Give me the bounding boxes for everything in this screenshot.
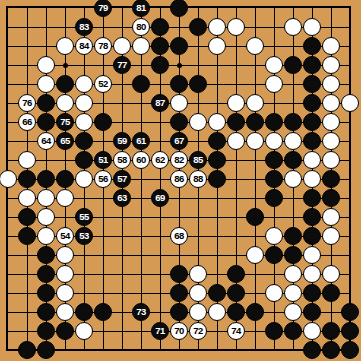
stone-black (37, 341, 55, 359)
stone-white (284, 18, 302, 36)
stone-black-67: 67 (170, 132, 188, 150)
stone-black-69: 69 (151, 189, 169, 207)
stone-white (227, 18, 245, 36)
stone-white (56, 94, 74, 112)
stone-white (132, 37, 150, 55)
stone-black (170, 265, 188, 283)
stone-black (56, 170, 74, 188)
stone-white (246, 37, 264, 55)
stone-white-64: 64 (37, 132, 55, 150)
hoshi-point (177, 63, 182, 68)
stone-black (208, 170, 226, 188)
stone-white (303, 151, 321, 169)
stone-white (284, 170, 302, 188)
stone-white (56, 284, 74, 302)
stone-black-61: 61 (132, 132, 150, 150)
hoshi-point (63, 63, 68, 68)
stone-white-70: 70 (170, 322, 188, 340)
stone-white (284, 303, 302, 321)
stone-black-53: 53 (75, 227, 93, 245)
stone-black-65: 65 (56, 132, 74, 150)
stone-black (208, 151, 226, 169)
stone-black (170, 284, 188, 302)
stone-black (18, 208, 36, 226)
stone-black (94, 113, 112, 131)
stone-white (322, 208, 340, 226)
stone-white-52: 52 (94, 75, 112, 93)
stone-white (322, 132, 340, 150)
stone-white (37, 75, 55, 93)
stone-white-68: 68 (170, 227, 188, 245)
go-board[interactable]: 7981838084787752768766756465596167515860… (0, 0, 361, 361)
stone-white (75, 322, 93, 340)
stone-black-57: 57 (113, 170, 131, 188)
stone-black (284, 113, 302, 131)
stone-black-63: 63 (113, 189, 131, 207)
stone-black-51: 51 (94, 151, 112, 169)
stone-black-75: 75 (56, 113, 74, 131)
stone-black (265, 322, 283, 340)
stone-black (151, 37, 169, 55)
stone-white (303, 246, 321, 264)
stone-black (37, 246, 55, 264)
stone-white (284, 265, 302, 283)
stone-white-58: 58 (113, 151, 131, 169)
stone-black (37, 170, 55, 188)
stone-white (75, 113, 93, 131)
stone-black-71: 71 (151, 322, 169, 340)
stone-white-60: 60 (132, 151, 150, 169)
stone-black (170, 75, 188, 93)
stone-white (246, 132, 264, 150)
stone-black (265, 170, 283, 188)
stone-white (208, 37, 226, 55)
stone-white (37, 56, 55, 74)
stone-white (227, 94, 245, 112)
stone-white (246, 246, 264, 264)
stone-black (303, 341, 321, 359)
stone-black (303, 37, 321, 55)
stone-black (227, 265, 245, 283)
stone-white (303, 265, 321, 283)
stone-white (37, 227, 55, 245)
stone-black (265, 113, 283, 131)
stone-black (303, 284, 321, 302)
stone-black (151, 56, 169, 74)
stone-white (322, 94, 340, 112)
stone-black (37, 284, 55, 302)
stone-black-87: 87 (151, 94, 169, 112)
stone-black (322, 170, 340, 188)
stone-white-56: 56 (94, 170, 112, 188)
stone-black (18, 170, 36, 188)
stone-white (56, 189, 74, 207)
stone-black (170, 113, 188, 131)
stone-white (189, 284, 207, 302)
stone-black (94, 303, 112, 321)
stone-black (322, 284, 340, 302)
grid-hline (8, 217, 351, 218)
stone-black (303, 227, 321, 245)
stone-black (303, 303, 321, 321)
stone-black (151, 18, 169, 36)
stone-white-88: 88 (189, 170, 207, 188)
stone-white (37, 189, 55, 207)
stone-black (284, 56, 302, 74)
stone-white (341, 94, 359, 112)
stone-black-73: 73 (132, 303, 150, 321)
stone-white-74: 74 (227, 322, 245, 340)
stone-white (284, 284, 302, 302)
stone-white (265, 132, 283, 150)
stone-white-82: 82 (170, 151, 188, 169)
stone-black (265, 151, 283, 169)
stone-white-76: 76 (18, 94, 36, 112)
stone-black (37, 113, 55, 131)
stone-black (227, 284, 245, 302)
stone-black (18, 227, 36, 245)
stone-black-55: 55 (75, 208, 93, 226)
stone-black (227, 303, 245, 321)
stone-white (189, 265, 207, 283)
stone-black (322, 322, 340, 340)
stone-black (303, 94, 321, 112)
grid-vline (255, 8, 256, 351)
stone-black-77: 77 (113, 56, 131, 74)
stone-white (18, 189, 36, 207)
stone-black (246, 208, 264, 226)
stone-black (75, 303, 93, 321)
stone-black (341, 341, 359, 359)
stone-white (170, 94, 188, 112)
stone-white (56, 265, 74, 283)
stone-black-59: 59 (113, 132, 131, 150)
stone-black (227, 113, 245, 131)
stone-black (284, 322, 302, 340)
stone-black-85: 85 (189, 151, 207, 169)
stone-white (18, 151, 36, 169)
stone-white-62: 62 (151, 151, 169, 169)
stone-black (284, 246, 302, 264)
stone-black (303, 113, 321, 131)
stone-white (208, 303, 226, 321)
stone-white (265, 75, 283, 93)
stone-black (75, 132, 93, 150)
stone-white (303, 170, 321, 188)
stone-black (303, 189, 321, 207)
stone-white (303, 18, 321, 36)
stone-white (322, 56, 340, 74)
stone-white-72: 72 (189, 322, 207, 340)
stone-white (322, 265, 340, 283)
stone-black (246, 303, 264, 321)
stone-black (132, 75, 150, 93)
go-game-screenshot: 7981838084787752768766756465596167515860… (0, 0, 361, 361)
stone-black (56, 322, 74, 340)
stone-black (56, 75, 74, 93)
stone-black-83: 83 (75, 18, 93, 36)
stone-white (265, 227, 283, 245)
stone-black (170, 303, 188, 321)
stone-white (322, 227, 340, 245)
stone-black (322, 341, 340, 359)
stone-black (37, 303, 55, 321)
stone-white-80: 80 (132, 18, 150, 36)
stone-white (208, 113, 226, 131)
stone-white (284, 132, 302, 150)
stone-white (75, 170, 93, 188)
stone-black (303, 132, 321, 150)
stone-white-86: 86 (170, 170, 188, 188)
stone-black (208, 284, 226, 302)
stone-black (265, 246, 283, 264)
stone-white (322, 37, 340, 55)
stone-black (18, 341, 36, 359)
stone-white (265, 284, 283, 302)
stone-white (322, 151, 340, 169)
stone-black (37, 265, 55, 283)
stone-white (208, 18, 226, 36)
stone-white (246, 94, 264, 112)
stone-black (341, 322, 359, 340)
stone-black (265, 189, 283, 207)
stone-white-54: 54 (56, 227, 74, 245)
stone-white-78: 78 (94, 37, 112, 55)
stone-black (303, 75, 321, 93)
stone-white (303, 322, 321, 340)
stone-black (37, 322, 55, 340)
stone-black (284, 151, 302, 169)
stone-black (37, 94, 55, 112)
stone-black (341, 303, 359, 321)
stone-black (284, 227, 302, 245)
stone-white (37, 208, 55, 226)
stone-white (227, 132, 245, 150)
stone-black (170, 37, 188, 55)
stone-black (189, 75, 207, 93)
stone-white-84: 84 (75, 37, 93, 55)
stone-black (246, 113, 264, 131)
stone-black (303, 56, 321, 74)
stone-black (208, 132, 226, 150)
stone-black (303, 208, 321, 226)
stone-white (265, 56, 283, 74)
stone-black (322, 189, 340, 207)
stone-white (56, 246, 74, 264)
stone-white-66: 66 (18, 113, 36, 131)
stone-white (189, 303, 207, 321)
stone-white (56, 303, 74, 321)
stone-white (322, 75, 340, 93)
stone-white (189, 113, 207, 131)
stone-white (113, 37, 131, 55)
stone-white (75, 75, 93, 93)
stone-white (322, 113, 340, 131)
stone-black (189, 18, 207, 36)
stone-black (75, 151, 93, 169)
stone-white (56, 37, 74, 55)
stone-white (75, 94, 93, 112)
